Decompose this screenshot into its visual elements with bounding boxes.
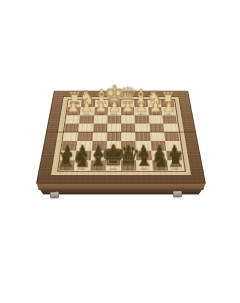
square <box>135 132 150 141</box>
chess-board: ♜♞♝♚♛♝♞♜♟♟♟♟♟♟♟♟♟♟♟♟♟♟♟♟♜♞♝♚♛♝♞♜ <box>36 91 206 185</box>
square: ♞ <box>152 160 168 170</box>
clasp-icon-left <box>50 191 59 197</box>
square <box>77 132 92 141</box>
square <box>164 132 180 141</box>
piece-black-rook: ♜ <box>167 150 185 170</box>
board-perspective: ♜♞♝♚♛♝♞♜♟♟♟♟♟♟♟♟♟♟♟♟♟♟♟♟♜♞♝♚♛♝♞♜ <box>0 0 240 303</box>
clasp-icon-right <box>173 191 182 197</box>
square <box>150 132 165 141</box>
square: ♜ <box>167 160 184 170</box>
product-photo: ♜♞♝♚♛♝♞♜♟♟♟♟♟♟♟♟♟♟♟♟♟♟♟♟♜♞♝♚♛♝♞♜ <box>0 0 240 303</box>
case-front-edge <box>37 184 205 190</box>
square <box>63 132 79 141</box>
